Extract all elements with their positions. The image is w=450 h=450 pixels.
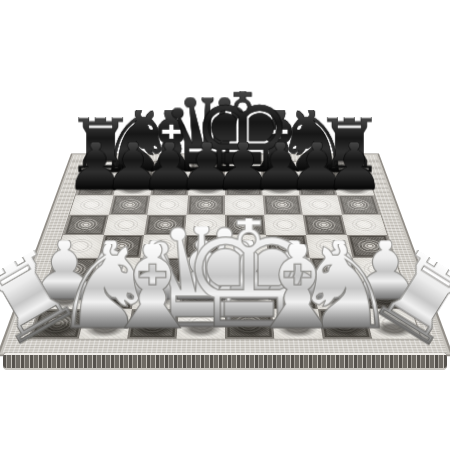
square-h7: ♟ (333, 178, 375, 196)
square-h6 (337, 195, 380, 214)
board-front-edge (3, 353, 447, 370)
piece-white-bishop: ♝ (99, 244, 206, 330)
board-squares: ♜♞♝♛♚♝♞♜♟♟♟♟♟♟♟♟♟♟♟♟♟♟♟♟♜♞♝♛♚♝♞♜ (29, 162, 420, 339)
square-h1: ♜ (364, 309, 420, 339)
chessboard-scene: ♜♞♝♛♚♝♞♜♟♟♟♟♟♟♟♟♟♟♟♟♟♟♟♟♜♞♝♛♚♝♞♜ (0, 0, 450, 450)
chessboard: ♜♞♝♛♚♝♞♜♟♟♟♟♟♟♟♟♟♟♟♟♟♟♟♟♜♞♝♛♚♝♞♜ (3, 155, 448, 353)
square-a6 (70, 195, 113, 214)
piece-black-pawn: ♟ (324, 142, 384, 190)
square-c1: ♝ (127, 309, 178, 339)
square-a1: ♜ (29, 309, 85, 339)
product-photo-canvas: ♜♞♝♛♚♝♞♜♟♟♟♟♟♟♟♟♟♟♟♟♟♟♟♟♜♞♝♛♚♝♞♜ (0, 0, 450, 450)
